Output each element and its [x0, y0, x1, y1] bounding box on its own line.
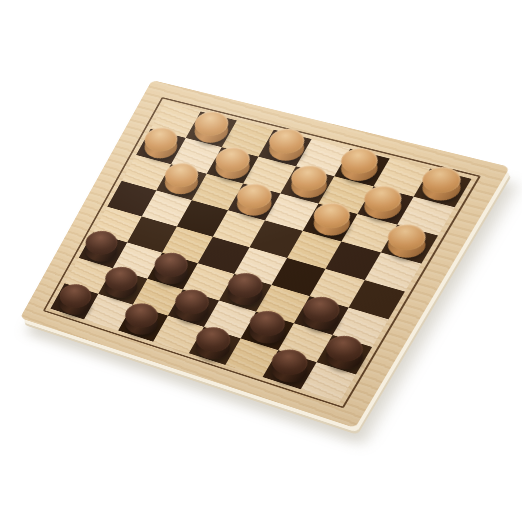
checkers-board: [20, 80, 510, 428]
light-wood-man-h3[interactable]: [382, 228, 431, 262]
photo-stage: [0, 0, 522, 522]
dark-wood-man-h7[interactable]: [321, 339, 369, 373]
light-wood-man-c2[interactable]: [210, 151, 255, 182]
light-wood-man-a2[interactable]: [140, 131, 183, 161]
light-wood-man-e2[interactable]: [286, 169, 332, 201]
light-wood-man-h1[interactable]: [417, 171, 467, 204]
light-wood-man-f3[interactable]: [308, 207, 355, 240]
dark-wood-man-f7[interactable]: [244, 314, 290, 347]
light-wood-man-d1[interactable]: [264, 133, 310, 165]
light-wood-man-b1[interactable]: [189, 115, 233, 146]
dark-wood-man-c6[interactable]: [149, 256, 192, 288]
dark-wood-man-c8[interactable]: [120, 307, 163, 339]
dark-wood-man-a8[interactable]: [55, 287, 96, 318]
light-wood-man-g2[interactable]: [359, 190, 407, 223]
light-wood-man-f1[interactable]: [336, 152, 384, 184]
dark-wood-man-g8[interactable]: [266, 353, 312, 387]
pieces-layer: [20, 80, 510, 428]
dark-wood-man-b7[interactable]: [100, 270, 142, 301]
light-wood-man-d3[interactable]: [232, 188, 277, 220]
light-wood-man-b3[interactable]: [160, 167, 203, 198]
dark-wood-man-a6[interactable]: [81, 234, 123, 265]
dark-wood-man-g6[interactable]: [298, 300, 345, 333]
dark-wood-man-e6[interactable]: [223, 277, 268, 310]
dark-wood-man-e8[interactable]: [191, 331, 236, 364]
dark-wood-man-d7[interactable]: [170, 293, 214, 325]
